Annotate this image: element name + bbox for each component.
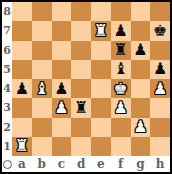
square-e4[interactable] bbox=[91, 79, 111, 98]
square-a7[interactable] bbox=[12, 21, 32, 40]
chess-board[interactable]: ♜♟♚♜♟♝♟♟♝♟♚♟♟♜♟♟♜ bbox=[12, 2, 170, 156]
square-b8[interactable] bbox=[32, 2, 52, 21]
square-a1[interactable]: ♜ bbox=[12, 137, 32, 156]
square-b6[interactable] bbox=[32, 41, 52, 60]
white-pawn[interactable]: ♟ bbox=[113, 99, 127, 115]
square-b1[interactable] bbox=[32, 137, 52, 156]
black-rook[interactable]: ♜ bbox=[74, 99, 88, 115]
file-label-g: g bbox=[131, 156, 151, 172]
square-c7[interactable] bbox=[52, 21, 72, 40]
square-f2[interactable] bbox=[111, 118, 131, 137]
white-pawn[interactable]: ♟ bbox=[153, 80, 167, 96]
square-e8[interactable] bbox=[91, 2, 111, 21]
white-rook[interactable]: ♜ bbox=[94, 22, 108, 38]
square-c4[interactable]: ♟ bbox=[52, 79, 72, 98]
rank-label-6: 6 bbox=[2, 41, 12, 60]
square-e5[interactable] bbox=[91, 60, 111, 79]
file-label-e: e bbox=[91, 156, 111, 172]
square-h7[interactable]: ♚ bbox=[150, 21, 170, 40]
black-king[interactable]: ♚ bbox=[153, 22, 167, 38]
square-f5[interactable]: ♝ bbox=[111, 60, 131, 79]
rank-labels: 87654321 bbox=[2, 2, 12, 156]
square-f8[interactable] bbox=[111, 2, 131, 21]
square-e3[interactable] bbox=[91, 98, 111, 117]
square-d1[interactable] bbox=[71, 137, 91, 156]
square-b2[interactable] bbox=[32, 118, 52, 137]
chess-board-widget: 87654321 ♜♟♚♜♟♝♟♟♝♟♚♟♟♜♟♟♜ abcdefgh bbox=[0, 0, 172, 174]
white-rook[interactable]: ♜ bbox=[15, 138, 29, 154]
square-f3[interactable]: ♟ bbox=[111, 98, 131, 117]
rank-label-5: 5 bbox=[2, 60, 12, 79]
file-label-f: f bbox=[111, 156, 131, 172]
black-pawn[interactable]: ♟ bbox=[153, 61, 167, 77]
square-c2[interactable] bbox=[52, 118, 72, 137]
square-c1[interactable] bbox=[52, 137, 72, 156]
square-h2[interactable] bbox=[150, 118, 170, 137]
square-d5[interactable] bbox=[71, 60, 91, 79]
file-label-h: h bbox=[150, 156, 170, 172]
black-pawn[interactable]: ♟ bbox=[54, 80, 68, 96]
white-king[interactable]: ♚ bbox=[113, 80, 127, 96]
rank-label-3: 3 bbox=[2, 98, 12, 117]
square-f7[interactable]: ♟ bbox=[111, 21, 131, 40]
rank-label-4: 4 bbox=[2, 79, 12, 98]
black-bishop[interactable]: ♝ bbox=[113, 61, 127, 77]
white-pawn[interactable]: ♟ bbox=[54, 99, 68, 115]
square-d3[interactable]: ♜ bbox=[71, 98, 91, 117]
black-rook[interactable]: ♜ bbox=[113, 42, 127, 58]
square-g7[interactable] bbox=[131, 21, 151, 40]
square-h1[interactable] bbox=[150, 137, 170, 156]
square-f1[interactable] bbox=[111, 137, 131, 156]
square-a2[interactable] bbox=[12, 118, 32, 137]
square-g3[interactable] bbox=[131, 98, 151, 117]
file-label-d: d bbox=[71, 156, 91, 172]
rank-label-8: 8 bbox=[2, 2, 12, 21]
square-d2[interactable] bbox=[71, 118, 91, 137]
square-b5[interactable] bbox=[32, 60, 52, 79]
square-b3[interactable] bbox=[32, 98, 52, 117]
square-e2[interactable] bbox=[91, 118, 111, 137]
black-pawn[interactable]: ♟ bbox=[133, 42, 147, 58]
white-pawn[interactable]: ♟ bbox=[133, 119, 147, 135]
square-g4[interactable] bbox=[131, 79, 151, 98]
file-label-c: c bbox=[52, 156, 72, 172]
side-to-move-indicator bbox=[2, 156, 12, 172]
square-h5[interactable]: ♟ bbox=[150, 60, 170, 79]
square-e6[interactable] bbox=[91, 41, 111, 60]
square-f4[interactable]: ♚ bbox=[111, 79, 131, 98]
square-a4[interactable]: ♟ bbox=[12, 79, 32, 98]
square-h6[interactable] bbox=[150, 41, 170, 60]
square-d6[interactable] bbox=[71, 41, 91, 60]
square-c3[interactable]: ♟ bbox=[52, 98, 72, 117]
square-g5[interactable] bbox=[131, 60, 151, 79]
square-d4[interactable] bbox=[71, 79, 91, 98]
square-h8[interactable] bbox=[150, 2, 170, 21]
rank-label-7: 7 bbox=[2, 21, 12, 40]
square-c8[interactable] bbox=[52, 2, 72, 21]
white-bishop[interactable]: ♝ bbox=[34, 80, 48, 96]
square-g2[interactable]: ♟ bbox=[131, 118, 151, 137]
square-h3[interactable] bbox=[150, 98, 170, 117]
square-c6[interactable] bbox=[52, 41, 72, 60]
square-a3[interactable] bbox=[12, 98, 32, 117]
file-label-b: b bbox=[32, 156, 52, 172]
square-a6[interactable] bbox=[12, 41, 32, 60]
square-b4[interactable]: ♝ bbox=[32, 79, 52, 98]
file-label-a: a bbox=[12, 156, 32, 172]
rank-label-1: 1 bbox=[2, 137, 12, 156]
white-to-move-icon bbox=[3, 160, 12, 169]
square-a8[interactable] bbox=[12, 2, 32, 21]
square-d7[interactable] bbox=[71, 21, 91, 40]
file-labels: abcdefgh bbox=[12, 156, 170, 172]
rank-label-2: 2 bbox=[2, 118, 12, 137]
square-e7[interactable]: ♜ bbox=[91, 21, 111, 40]
square-g1[interactable] bbox=[131, 137, 151, 156]
square-h4[interactable]: ♟ bbox=[150, 79, 170, 98]
black-pawn[interactable]: ♟ bbox=[113, 22, 127, 38]
square-c5[interactable] bbox=[52, 60, 72, 79]
square-g8[interactable] bbox=[131, 2, 151, 21]
square-d8[interactable] bbox=[71, 2, 91, 21]
square-a5[interactable] bbox=[12, 60, 32, 79]
square-e1[interactable] bbox=[91, 137, 111, 156]
square-b7[interactable] bbox=[32, 21, 52, 40]
black-pawn[interactable]: ♟ bbox=[15, 80, 29, 96]
square-g6[interactable]: ♟ bbox=[131, 41, 151, 60]
square-f6[interactable]: ♜ bbox=[111, 41, 131, 60]
